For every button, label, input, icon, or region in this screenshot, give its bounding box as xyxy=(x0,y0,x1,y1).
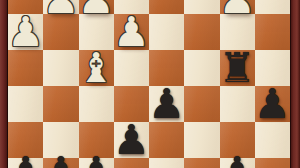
square-d2[interactable] xyxy=(149,0,184,14)
square-h3[interactable]: ♟ xyxy=(8,14,43,50)
black-pawn-e6[interactable]: ♟ xyxy=(114,122,149,158)
square-f4[interactable]: ♝ xyxy=(79,50,114,86)
square-f7[interactable]: ♟ xyxy=(79,158,114,168)
square-c7[interactable] xyxy=(184,158,219,168)
square-e6[interactable]: ♟ xyxy=(114,122,149,158)
square-d3[interactable] xyxy=(149,14,184,50)
square-g7[interactable]: ♟ xyxy=(43,158,78,168)
white-pawn-b2[interactable]: ♟ xyxy=(220,0,255,17)
square-a2[interactable] xyxy=(255,0,290,14)
square-h5[interactable] xyxy=(8,86,43,122)
black-pawn-a5[interactable]: ♟ xyxy=(255,86,290,122)
square-b7[interactable]: ♟ xyxy=(220,158,255,168)
square-c4[interactable] xyxy=(184,50,219,86)
square-b2[interactable]: ♟ xyxy=(220,0,255,14)
square-c2[interactable] xyxy=(184,0,219,14)
square-c5[interactable] xyxy=(184,86,219,122)
white-bishop-f4[interactable]: ♝ xyxy=(79,50,114,86)
board-frame-right xyxy=(290,0,300,168)
square-g2[interactable]: ♟ xyxy=(43,0,78,14)
square-h7[interactable]: ♟ xyxy=(8,158,43,168)
chess-diagram: ♟♟♟♟♟♝♜♟♟♟♟♟♟♟ xyxy=(0,0,300,168)
square-c6[interactable] xyxy=(184,122,219,158)
square-g5[interactable] xyxy=(43,86,78,122)
square-a7[interactable] xyxy=(255,158,290,168)
chess-board: ♟♟♟♟♟♝♜♟♟♟♟♟♟♟ xyxy=(8,0,290,168)
black-pawn-f7[interactable]: ♟ xyxy=(79,154,114,168)
black-pawn-g7[interactable]: ♟ xyxy=(43,154,78,168)
square-a3[interactable] xyxy=(255,14,290,50)
black-pawn-d5[interactable]: ♟ xyxy=(149,86,184,122)
square-b4[interactable]: ♜ xyxy=(220,50,255,86)
square-g4[interactable] xyxy=(43,50,78,86)
square-a5[interactable]: ♟ xyxy=(255,86,290,122)
square-d7[interactable] xyxy=(149,158,184,168)
square-e3[interactable]: ♟ xyxy=(114,14,149,50)
square-f2[interactable]: ♟ xyxy=(79,0,114,14)
black-pawn-h7[interactable]: ♟ xyxy=(8,154,43,168)
square-d5[interactable]: ♟ xyxy=(149,86,184,122)
white-pawn-e3[interactable]: ♟ xyxy=(114,14,149,50)
black-rook-b4[interactable]: ♜ xyxy=(220,50,255,86)
board-viewport: ♟♟♟♟♟♝♜♟♟♟♟♟♟♟ xyxy=(8,0,290,168)
board-frame-left xyxy=(0,0,8,168)
white-pawn-h3[interactable]: ♟ xyxy=(8,14,43,50)
square-c3[interactable] xyxy=(184,14,219,50)
black-pawn-b7[interactable]: ♟ xyxy=(220,154,255,168)
white-pawn-f2[interactable]: ♟ xyxy=(79,0,114,17)
white-pawn-g2[interactable]: ♟ xyxy=(43,0,78,17)
